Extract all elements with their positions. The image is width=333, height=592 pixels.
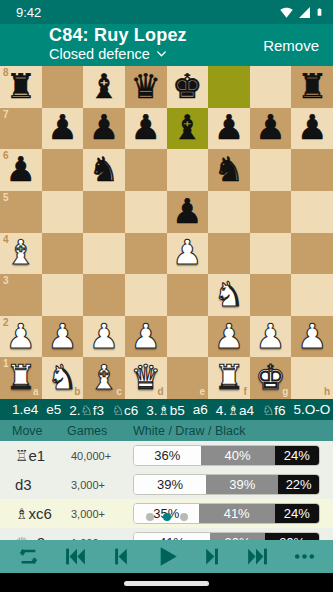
move-token-5[interactable]: a6 <box>189 401 212 418</box>
remove-button[interactable]: Remove <box>263 37 319 54</box>
file-label-h: h <box>324 387 330 397</box>
page-dot-2[interactable] <box>180 513 188 521</box>
white-pawn-h2[interactable]: ♟ <box>297 319 327 353</box>
white-pawn-f2[interactable]: ♟ <box>214 319 244 353</box>
result-bar: 39%39%22% <box>133 474 320 495</box>
white-queen-d1[interactable]: ♛ <box>130 360 160 394</box>
square-h3[interactable] <box>291 274 333 316</box>
black-king-e8[interactable]: ♚ <box>172 69 202 103</box>
square-d8[interactable]: ♛ <box>125 66 167 108</box>
square-e6[interactable] <box>167 149 209 191</box>
square-e7[interactable]: ♝ <box>167 108 209 150</box>
move-token-2[interactable]: 2.♘f3 <box>65 401 108 419</box>
black-pawn-e5[interactable]: ♟ <box>172 194 202 228</box>
black-pawn-h7[interactable]: ♟ <box>297 110 327 144</box>
play-icon <box>151 541 182 572</box>
square-c3[interactable] <box>83 274 125 316</box>
black-pawn-c7[interactable]: ♟ <box>89 110 119 144</box>
black-percent: 29% <box>265 533 319 540</box>
square-a1[interactable]: 1a♜ <box>0 357 42 399</box>
stats-row-♖e1[interactable]: ♖e140,000+36%40%24% <box>0 441 333 470</box>
chevron-down-icon <box>155 46 168 64</box>
square-d6[interactable] <box>125 149 167 191</box>
battery-icon <box>315 5 324 19</box>
white-knight-b1[interactable]: ♞ <box>47 360 77 394</box>
square-f8[interactable] <box>208 66 250 108</box>
white-pawn-g2[interactable]: ♟ <box>255 319 285 353</box>
stats-row-d3[interactable]: d33,000+39%39%22% <box>0 470 333 499</box>
square-d1[interactable]: d♛ <box>125 357 167 399</box>
black-pawn-g7[interactable]: ♟ <box>255 110 285 144</box>
square-e2[interactable] <box>167 316 209 358</box>
square-a4[interactable]: 4♝ <box>0 233 42 275</box>
square-b6[interactable] <box>42 149 84 191</box>
cellular-icon <box>297 6 312 19</box>
square-h4[interactable] <box>291 233 333 275</box>
white-percent: 36% <box>134 446 201 465</box>
stats-table-body: ♖e140,000+36%40%24%d33,000+39%39%22%♗xc6… <box>0 441 333 540</box>
rank-label-3: 3 <box>3 276 9 286</box>
stats-row-♕e2[interactable]: ♕e21,000+41%30%29% <box>0 528 333 540</box>
square-d2[interactable]: ♟ <box>125 316 167 358</box>
result-bar: 41%30%29% <box>133 532 320 540</box>
variation-label: Closed defence <box>49 47 150 63</box>
square-f1[interactable]: f♜ <box>208 357 250 399</box>
square-b3[interactable] <box>42 274 84 316</box>
square-d7[interactable]: ♟ <box>125 108 167 150</box>
rank-label-7: 7 <box>3 110 9 120</box>
square-c2[interactable]: ♟ <box>83 316 125 358</box>
chess-board: 8♜♝♛♚♜7♟♟♟♝♟♟♟6♟♞♞5♟4♝♟3♞2♟♟♟♟♟♟♟1a♜b♞c♝… <box>0 66 333 399</box>
square-b5[interactable] <box>42 191 84 233</box>
move-token-6[interactable]: 4.♗a4 <box>212 401 258 419</box>
col-header-move: Move <box>12 424 67 438</box>
white-percent: 41% <box>134 533 210 540</box>
white-pawn-a2[interactable]: ♟ <box>6 319 36 353</box>
square-c8[interactable]: ♝ <box>83 66 125 108</box>
app-screen: 9:42 C84: Ruy Lopez Closed defence Remov <box>0 0 333 592</box>
black-rook-a8[interactable]: ♜ <box>6 69 36 103</box>
move-token-8[interactable]: 5.O-O <box>290 401 333 418</box>
square-e5[interactable]: ♟ <box>167 191 209 233</box>
square-f4[interactable] <box>208 233 250 275</box>
more-icon <box>292 544 317 569</box>
page-indicator <box>146 513 188 521</box>
black-percent: 24% <box>275 446 319 465</box>
result-bar: 36%40%24% <box>133 445 320 466</box>
square-a7[interactable]: 7 <box>0 108 42 150</box>
candidate-move: ♖e1 <box>12 447 67 465</box>
square-c5[interactable] <box>83 191 125 233</box>
white-percent: 39% <box>134 475 206 494</box>
games-count: 40,000+ <box>67 450 133 462</box>
move-token-0[interactable]: 1.e4 <box>8 401 42 418</box>
status-icons <box>279 5 324 19</box>
repeat-icon <box>16 544 41 569</box>
square-c6[interactable]: ♞ <box>83 149 125 191</box>
square-g3[interactable] <box>250 274 292 316</box>
file-label-e: e <box>200 387 206 397</box>
square-h2[interactable]: ♟ <box>291 316 333 358</box>
square-a2[interactable]: 2♟ <box>0 316 42 358</box>
games-count: 1,000+ <box>67 537 133 541</box>
black-percent: 22% <box>278 475 319 494</box>
next-icon <box>199 543 226 570</box>
black-rook-h8[interactable]: ♜ <box>297 69 327 103</box>
square-a8[interactable]: 8♜ <box>0 66 42 108</box>
repeat-button[interactable] <box>12 540 46 573</box>
black-pawn-b7[interactable]: ♟ <box>47 110 77 144</box>
games-count: 3,000+ <box>67 479 133 491</box>
gesture-nav-bar <box>0 573 333 592</box>
white-bishop-c1[interactable]: ♝ <box>89 360 119 394</box>
playback-toolbar <box>0 540 333 573</box>
games-count: 3,000+ <box>67 508 133 520</box>
skip-to-end-icon <box>245 543 272 570</box>
skip-to-end-button[interactable] <box>241 540 275 573</box>
square-f2[interactable]: ♟ <box>208 316 250 358</box>
candidate-move: ♕e2 <box>12 534 67 541</box>
previous-icon <box>107 543 134 570</box>
square-h8[interactable]: ♜ <box>291 66 333 108</box>
square-g4[interactable] <box>250 233 292 275</box>
previous-move-button[interactable] <box>104 540 138 573</box>
square-a6[interactable]: 6♟ <box>0 149 42 191</box>
black-knight-c6[interactable]: ♞ <box>89 152 119 186</box>
square-g1[interactable]: g♚ <box>250 357 292 399</box>
col-header-results: White / Draw / Black <box>133 424 320 438</box>
square-e4[interactable]: ♟ <box>167 233 209 275</box>
square-b4[interactable] <box>42 233 84 275</box>
white-rook-a1[interactable]: ♜ <box>6 360 36 394</box>
square-g7[interactable]: ♟ <box>250 108 292 150</box>
square-h7[interactable]: ♟ <box>291 108 333 150</box>
skip-to-start-icon <box>61 543 88 570</box>
white-knight-f3[interactable]: ♞ <box>214 277 244 311</box>
wifi-icon <box>279 6 294 19</box>
square-f3[interactable]: ♞ <box>208 274 250 316</box>
clock: 9:42 <box>16 5 41 20</box>
draw-percent: 39% <box>206 475 278 494</box>
square-d5[interactable] <box>125 191 167 233</box>
home-indicator[interactable] <box>124 581 209 586</box>
square-h1[interactable]: h <box>291 357 333 399</box>
black-bishop-e7[interactable]: ♝ <box>172 110 202 144</box>
square-g6[interactable] <box>250 149 292 191</box>
square-h5[interactable] <box>291 191 333 233</box>
move-token-7[interactable]: ♘f6 <box>258 401 289 419</box>
candidate-move: ♗xc6 <box>12 505 67 523</box>
square-b2[interactable]: ♟ <box>42 316 84 358</box>
variation-selector[interactable]: Closed defence <box>49 46 187 64</box>
title-block: C84: Ruy Lopez Closed defence <box>49 26 187 63</box>
square-d4[interactable] <box>125 233 167 275</box>
square-f7[interactable]: ♟ <box>208 108 250 150</box>
square-e3[interactable] <box>167 274 209 316</box>
white-king-g1[interactable]: ♚ <box>255 360 285 394</box>
black-pawn-a6[interactable]: ♟ <box>6 152 36 186</box>
move-token-3[interactable]: ♘c6 <box>108 401 142 419</box>
square-c1[interactable]: c♝ <box>83 357 125 399</box>
page-title: C84: Ruy Lopez <box>49 26 187 46</box>
square-f5[interactable] <box>208 191 250 233</box>
page-dot-1-active[interactable] <box>163 513 171 521</box>
black-pawn-d7[interactable]: ♟ <box>130 110 160 144</box>
black-pawn-f7[interactable]: ♟ <box>214 110 244 144</box>
black-knight-f6[interactable]: ♞ <box>214 152 244 186</box>
square-b8[interactable] <box>42 66 84 108</box>
square-e8[interactable]: ♚ <box>167 66 209 108</box>
play-button[interactable] <box>150 540 184 573</box>
square-e1[interactable]: e <box>167 357 209 399</box>
move-list: 1.e4e52.♘f3♘c63.♗b5a64.♗a4♘f65.O-O♗e7 <box>0 399 333 420</box>
black-queen-d8[interactable]: ♛ <box>130 69 160 103</box>
square-c4[interactable] <box>83 233 125 275</box>
square-b7[interactable]: ♟ <box>42 108 84 150</box>
square-g2[interactable]: ♟ <box>250 316 292 358</box>
draw-percent: 30% <box>210 533 266 540</box>
square-d3[interactable] <box>125 274 167 316</box>
move-token-4[interactable]: 3.♗b5 <box>142 401 188 419</box>
square-a3[interactable]: 3 <box>0 274 42 316</box>
candidate-move: d3 <box>12 476 67 493</box>
white-pawn-e4[interactable]: ♟ <box>172 235 202 269</box>
rank-label-5: 5 <box>3 193 9 203</box>
square-g5[interactable] <box>250 191 292 233</box>
square-f6[interactable]: ♞ <box>208 149 250 191</box>
col-header-games: Games <box>67 424 133 438</box>
page-dot-0[interactable] <box>146 513 154 521</box>
black-bishop-c8[interactable]: ♝ <box>89 69 119 103</box>
square-a5[interactable]: 5 <box>0 191 42 233</box>
white-rook-f1[interactable]: ♜ <box>214 360 244 394</box>
more-options-button[interactable] <box>287 540 321 573</box>
square-c7[interactable]: ♟ <box>83 108 125 150</box>
square-b1[interactable]: b♞ <box>42 357 84 399</box>
white-pawn-c2[interactable]: ♟ <box>89 319 119 353</box>
status-bar: 9:42 <box>0 0 333 24</box>
move-token-1[interactable]: e5 <box>42 401 65 418</box>
white-pawn-d2[interactable]: ♟ <box>130 319 160 353</box>
draw-percent: 40% <box>201 446 275 465</box>
draw-percent: 41% <box>199 504 275 523</box>
black-percent: 24% <box>275 504 319 523</box>
square-g8[interactable] <box>250 66 292 108</box>
white-pawn-b2[interactable]: ♟ <box>47 319 77 353</box>
skip-to-start-button[interactable] <box>58 540 92 573</box>
white-bishop-a4[interactable]: ♝ <box>6 235 36 269</box>
app-bar: C84: Ruy Lopez Closed defence Remove <box>0 24 333 66</box>
stats-table-header: Move Games White / Draw / Black <box>0 420 333 441</box>
square-h6[interactable] <box>291 149 333 191</box>
next-move-button[interactable] <box>195 540 229 573</box>
